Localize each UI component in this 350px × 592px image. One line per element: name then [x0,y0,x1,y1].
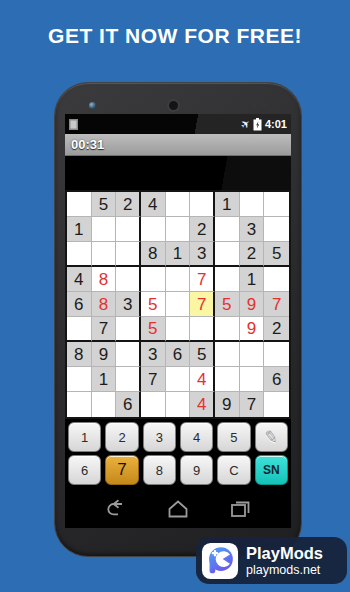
sudoku-cell-r2c1[interactable]: 1 [67,217,92,242]
sudoku-cell-r1c3[interactable]: 2 [116,192,141,217]
sudoku-cell-r6c4[interactable]: 5 [141,317,166,342]
sudoku-cell-r4c1[interactable]: 4 [67,267,92,292]
sudoku-cell-r4c8[interactable]: 1 [240,267,265,292]
phone-screen: ✈ 4:01 00:31 524112381325487168357597759… [65,114,291,528]
recents-button[interactable] [228,498,252,520]
ad-banner[interactable] [65,156,291,190]
sudoku-cell-r2c8[interactable]: 3 [240,217,265,242]
pencil-icon[interactable]: ✎ [255,422,288,452]
sudoku-cell-r9c5[interactable] [166,392,191,417]
sudoku-cell-r2c9[interactable] [264,217,289,242]
sudoku-cell-r9c9[interactable] [264,392,289,417]
sudoku-cell-r7c5[interactable]: 6 [166,342,191,367]
playmods-logo-icon [201,542,239,580]
sudoku-cell-r7c2[interactable]: 9 [92,342,117,367]
sudoku-cell-r1c4[interactable]: 4 [141,192,166,217]
sudoku-cell-r2c4[interactable] [141,217,166,242]
sudoku-cell-r6c5[interactable] [166,317,191,342]
sudoku-board: 5241123813254871683575977592893651746649… [65,190,291,419]
sudoku-cell-r6c7[interactable] [215,317,240,342]
sudoku-cell-r2c7[interactable] [215,217,240,242]
keypad-button-9[interactable]: 9 [180,455,213,485]
sudoku-cell-r3c1[interactable] [67,242,92,267]
sudoku-cell-r1c9[interactable] [264,192,289,217]
playmods-site: playmods.net [246,563,323,577]
sudoku-cell-r4c9[interactable] [264,267,289,292]
sudoku-cell-r8c7[interactable] [215,367,240,392]
sudoku-cell-r9c7[interactable]: 9 [215,392,240,417]
sudoku-cell-r9c6[interactable]: 4 [190,392,215,417]
sudoku-cell-r5c5[interactable] [166,292,191,317]
home-button[interactable] [166,498,190,520]
sudoku-cell-r9c4[interactable] [141,392,166,417]
status-time: 4:01 [265,118,287,130]
sudoku-cell-r4c3[interactable] [116,267,141,292]
sudoku-cell-r7c7[interactable] [215,342,240,367]
keypad-button-5[interactable]: 5 [217,422,250,452]
sensor-dots [251,103,269,108]
keypad-button-8[interactable]: 8 [143,455,176,485]
sudoku-cell-r1c6[interactable] [190,192,215,217]
sudoku-cell-r9c8[interactable]: 7 [240,392,265,417]
front-camera-icon [89,102,96,109]
sudoku-cell-r7c9[interactable] [264,342,289,367]
sudoku-cell-r2c2[interactable] [92,217,117,242]
sudoku-cell-r1c7[interactable]: 1 [215,192,240,217]
airplane-mode-icon: ✈ [238,117,252,131]
sudoku-cell-r1c5[interactable] [166,192,191,217]
playmods-name: PlayMods [246,544,323,563]
sudoku-cell-r8c9[interactable]: 6 [264,367,289,392]
sudoku-cell-r4c4[interactable] [141,267,166,292]
sudoku-cell-r8c5[interactable] [166,367,191,392]
sudoku-cell-r5c3[interactable]: 3 [116,292,141,317]
sudoku-cell-r2c3[interactable] [116,217,141,242]
android-nav-bar [65,489,291,528]
keypad-button-2[interactable]: 2 [105,422,138,452]
sudoku-cell-r5c2[interactable]: 8 [92,292,117,317]
keypad-button-sn[interactable]: SN [255,455,288,485]
sudoku-cell-r4c7[interactable] [215,267,240,292]
sudoku-cell-r8c4[interactable]: 7 [141,367,166,392]
keypad-button-3[interactable]: 3 [143,422,176,452]
sudoku-cell-r2c6[interactable]: 2 [190,217,215,242]
sudoku-cell-r3c5[interactable]: 1 [166,242,191,267]
notification-square-icon [69,119,78,130]
sudoku-cell-r5c6[interactable]: 7 [190,292,215,317]
sudoku-cell-r8c6[interactable]: 4 [190,367,215,392]
status-bar: ✈ 4:01 [65,114,291,134]
sudoku-cell-r3c2[interactable] [92,242,117,267]
timer-bar: 00:31 [65,134,291,156]
sudoku-cell-r3c8[interactable]: 2 [240,242,265,267]
timer-value: 00:31 [71,137,104,152]
playmods-badge[interactable]: PlayMods playmods.net [196,537,347,584]
sudoku-cell-r9c1[interactable] [67,392,92,417]
sudoku-cell-r7c4[interactable]: 3 [141,342,166,367]
phone-mockup: ✈ 4:01 00:31 524112381325487168357597759… [54,82,302,557]
sudoku-cell-r5c8[interactable]: 9 [240,292,265,317]
sudoku-cell-r7c8[interactable] [240,342,265,367]
sudoku-cell-r3c9[interactable]: 5 [264,242,289,267]
sudoku-cell-r5c4[interactable]: 5 [141,292,166,317]
sudoku-cell-r9c3[interactable]: 6 [116,392,141,417]
pencil-glyph: ✎ [263,426,280,448]
sudoku-cell-r5c9[interactable]: 7 [264,292,289,317]
sudoku-cell-r5c1[interactable]: 6 [67,292,92,317]
sudoku-cell-r6c3[interactable] [116,317,141,342]
banner-title: GET IT NOW FOR FREE! [0,0,350,48]
sudoku-cell-r8c3[interactable] [116,367,141,392]
sudoku-cell-r1c8[interactable] [240,192,265,217]
sudoku-cell-r2c5[interactable] [166,217,191,242]
sudoku-cell-r6c6[interactable] [190,317,215,342]
sudoku-cell-r3c3[interactable] [116,242,141,267]
sudoku-cell-r7c3[interactable] [116,342,141,367]
sudoku-cell-r7c1[interactable]: 8 [67,342,92,367]
back-button[interactable] [104,498,128,520]
sudoku-cell-r8c8[interactable] [240,367,265,392]
keypad-button-1[interactable]: 1 [68,422,101,452]
keypad-button-7[interactable]: 7 [105,455,138,485]
sudoku-cell-r1c2[interactable]: 5 [92,192,117,217]
sudoku-cell-r6c1[interactable] [67,317,92,342]
sudoku-cell-r4c2[interactable]: 8 [92,267,117,292]
sudoku-cell-r4c5[interactable] [166,267,191,292]
battery-charging-icon [253,118,262,131]
keypad: 12345✎6789CSN [65,419,291,489]
keypad-button-6[interactable]: 6 [68,455,101,485]
sudoku-cell-r5c7[interactable]: 5 [215,292,240,317]
sudoku-cell-r1c1[interactable] [67,192,92,217]
sudoku-cell-r6c9[interactable]: 2 [264,317,289,342]
sudoku-cell-r8c1[interactable] [67,367,92,392]
sudoku-cell-r8c2[interactable]: 1 [92,367,117,392]
sudoku-cell-r7c6[interactable]: 5 [190,342,215,367]
sudoku-cell-r6c8[interactable]: 9 [240,317,265,342]
sudoku-cell-r3c4[interactable]: 8 [141,242,166,267]
earpiece-speaker-icon [167,99,180,112]
keypad-button-4[interactable]: 4 [180,422,213,452]
sudoku-cell-r9c2[interactable] [92,392,117,417]
sudoku-cell-r3c6[interactable]: 3 [190,242,215,267]
sudoku-cell-r4c6[interactable]: 7 [190,267,215,292]
sudoku-cell-r3c7[interactable] [215,242,240,267]
keypad-button-c[interactable]: C [217,455,250,485]
sudoku-cell-r6c2[interactable]: 7 [92,317,117,342]
